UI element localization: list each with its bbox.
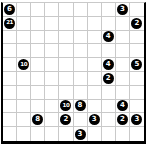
cell-r4c4[interactable] bbox=[59, 58, 73, 72]
cell-r8c9[interactable]: 3 bbox=[130, 113, 144, 127]
cell-r5c8[interactable] bbox=[116, 72, 130, 86]
cell-r2c4[interactable] bbox=[59, 31, 73, 45]
cell-r6c9[interactable] bbox=[130, 86, 144, 100]
cell-r1c4[interactable] bbox=[59, 17, 73, 31]
puzzle-board: 632124104521084823233 bbox=[1, 2, 146, 144]
cell-r4c0[interactable] bbox=[3, 58, 17, 72]
clue-circle: 21 bbox=[4, 18, 15, 29]
clue-circle: 5 bbox=[131, 59, 142, 70]
cell-r7c3[interactable] bbox=[45, 100, 59, 114]
cell-r0c2[interactable] bbox=[31, 3, 45, 17]
clue-number: 3 bbox=[78, 131, 83, 138]
clue-circle: 8 bbox=[32, 114, 43, 125]
cell-r3c1[interactable] bbox=[17, 44, 31, 58]
cell-r1c8[interactable] bbox=[116, 17, 130, 31]
cell-r8c5[interactable] bbox=[74, 113, 88, 127]
cell-r4c7[interactable]: 4 bbox=[102, 58, 116, 72]
cell-r2c5[interactable] bbox=[74, 31, 88, 45]
cell-r1c3[interactable] bbox=[45, 17, 59, 31]
clue-circle: 4 bbox=[103, 31, 114, 42]
cell-r5c5[interactable] bbox=[74, 72, 88, 86]
cell-r2c8[interactable] bbox=[116, 31, 130, 45]
clue-number: 3 bbox=[92, 116, 97, 123]
cell-r0c6[interactable] bbox=[88, 3, 102, 17]
cell-r8c8[interactable]: 2 bbox=[116, 113, 130, 127]
cell-r9c1[interactable] bbox=[17, 127, 31, 141]
cell-r7c7[interactable] bbox=[102, 100, 116, 114]
cell-r6c5[interactable] bbox=[74, 86, 88, 100]
cell-r5c3[interactable] bbox=[45, 72, 59, 86]
cell-r3c5[interactable] bbox=[74, 44, 88, 58]
cell-r7c8[interactable]: 4 bbox=[116, 100, 130, 114]
cell-r4c6[interactable] bbox=[88, 58, 102, 72]
cell-r5c4[interactable] bbox=[59, 72, 73, 86]
cell-r1c6[interactable] bbox=[88, 17, 102, 31]
cell-r9c5[interactable]: 3 bbox=[74, 127, 88, 141]
cell-r4c5[interactable] bbox=[74, 58, 88, 72]
cell-r1c7[interactable] bbox=[102, 17, 116, 31]
cell-r6c0[interactable] bbox=[3, 86, 17, 100]
cell-r2c0[interactable] bbox=[3, 31, 17, 45]
clue-number: 6 bbox=[7, 6, 12, 13]
cell-r9c9[interactable] bbox=[130, 127, 144, 141]
cell-r2c9[interactable] bbox=[130, 31, 144, 45]
cell-r3c0[interactable] bbox=[3, 44, 17, 58]
clue-number: 4 bbox=[106, 61, 111, 68]
cell-r4c1[interactable]: 10 bbox=[17, 58, 31, 72]
clue-number: 3 bbox=[135, 116, 140, 123]
cell-r2c7[interactable]: 4 bbox=[102, 31, 116, 45]
clue-circle: 2 bbox=[103, 73, 114, 84]
cell-r9c0[interactable] bbox=[3, 127, 17, 141]
cell-r1c1[interactable] bbox=[17, 17, 31, 31]
cell-r5c2[interactable] bbox=[31, 72, 45, 86]
cell-r3c9[interactable] bbox=[130, 44, 144, 58]
cell-r1c0[interactable]: 21 bbox=[3, 17, 17, 31]
cell-r8c7[interactable] bbox=[102, 113, 116, 127]
cell-r7c6[interactable] bbox=[88, 100, 102, 114]
clue-number: 5 bbox=[135, 61, 140, 68]
clue-number: 10 bbox=[20, 62, 27, 68]
clue-number: 2 bbox=[120, 116, 125, 123]
cell-r7c0[interactable] bbox=[3, 100, 17, 114]
cell-r8c4[interactable]: 2 bbox=[59, 113, 73, 127]
cell-r5c9[interactable] bbox=[130, 72, 144, 86]
cell-r9c8[interactable] bbox=[116, 127, 130, 141]
cell-r3c7[interactable] bbox=[102, 44, 116, 58]
clue-circle: 4 bbox=[117, 100, 128, 111]
clue-circle: 3 bbox=[117, 4, 128, 15]
cell-r2c3[interactable] bbox=[45, 31, 59, 45]
cell-r5c6[interactable] bbox=[88, 72, 102, 86]
cell-r0c4[interactable] bbox=[59, 3, 73, 17]
clue-number: 3 bbox=[120, 6, 125, 13]
clue-number: 2 bbox=[106, 75, 111, 82]
cell-r4c2[interactable] bbox=[31, 58, 45, 72]
cell-r9c3[interactable] bbox=[45, 127, 59, 141]
cell-r0c3[interactable] bbox=[45, 3, 59, 17]
clue-number: 4 bbox=[106, 33, 111, 40]
cell-r6c8[interactable] bbox=[116, 86, 130, 100]
cell-r6c7[interactable] bbox=[102, 86, 116, 100]
cell-r9c6[interactable] bbox=[88, 127, 102, 141]
clue-circle: 3 bbox=[131, 114, 142, 125]
clue-number: 21 bbox=[6, 20, 13, 26]
clue-number: 2 bbox=[135, 20, 140, 27]
clue-number: 2 bbox=[64, 116, 69, 123]
clue-number: 8 bbox=[78, 102, 83, 109]
cell-r5c1[interactable] bbox=[17, 72, 31, 86]
clue-number: 8 bbox=[35, 116, 40, 123]
cell-r8c1[interactable] bbox=[17, 113, 31, 127]
cell-r9c4[interactable] bbox=[59, 127, 73, 141]
cell-r5c0[interactable] bbox=[3, 72, 17, 86]
cell-r2c2[interactable] bbox=[31, 31, 45, 45]
cell-r8c2[interactable]: 8 bbox=[31, 113, 45, 127]
clue-circle: 10 bbox=[18, 59, 29, 70]
cell-r6c4[interactable] bbox=[59, 86, 73, 100]
cell-r6c2[interactable] bbox=[31, 86, 45, 100]
cell-r7c9[interactable] bbox=[130, 100, 144, 114]
cell-r0c8[interactable]: 3 bbox=[116, 3, 130, 17]
cell-r3c2[interactable] bbox=[31, 44, 45, 58]
cell-r3c6[interactable] bbox=[88, 44, 102, 58]
clue-number: 4 bbox=[120, 102, 125, 109]
cell-r8c0[interactable] bbox=[3, 113, 17, 127]
clue-number: 10 bbox=[63, 103, 70, 109]
cell-r6c6[interactable] bbox=[88, 86, 102, 100]
cell-r9c2[interactable] bbox=[31, 127, 45, 141]
cell-r2c6[interactable] bbox=[88, 31, 102, 45]
cell-r4c8[interactable] bbox=[116, 58, 130, 72]
clue-circle: 2 bbox=[60, 114, 71, 125]
cell-r1c9[interactable]: 2 bbox=[130, 17, 144, 31]
cell-r7c2[interactable] bbox=[31, 100, 45, 114]
cell-r4c9[interactable]: 5 bbox=[130, 58, 144, 72]
cell-r3c3[interactable] bbox=[45, 44, 59, 58]
clue-circle: 2 bbox=[117, 114, 128, 125]
cell-r0c7[interactable] bbox=[102, 3, 116, 17]
cell-r0c5[interactable] bbox=[74, 3, 88, 17]
cell-r0c0[interactable]: 6 bbox=[3, 3, 17, 17]
clue-circle: 2 bbox=[131, 18, 142, 29]
cell-r2c1[interactable] bbox=[17, 31, 31, 45]
cell-r8c3[interactable] bbox=[45, 113, 59, 127]
cell-r6c1[interactable] bbox=[17, 86, 31, 100]
clue-circle: 4 bbox=[103, 59, 114, 70]
cell-r5c7[interactable]: 2 bbox=[102, 72, 116, 86]
cell-r7c5[interactable]: 8 bbox=[74, 100, 88, 114]
clue-circle: 3 bbox=[75, 129, 86, 140]
cell-r0c1[interactable] bbox=[17, 3, 31, 17]
cell-r3c4[interactable] bbox=[59, 44, 73, 58]
cell-r6c3[interactable] bbox=[45, 86, 59, 100]
clue-circle: 3 bbox=[89, 114, 100, 125]
cell-r7c1[interactable] bbox=[17, 100, 31, 114]
clue-circle: 6 bbox=[4, 4, 15, 15]
cell-r4c3[interactable] bbox=[45, 58, 59, 72]
cell-r3c8[interactable] bbox=[116, 44, 130, 58]
cell-r7c4[interactable]: 10 bbox=[59, 100, 73, 114]
cell-r1c5[interactable] bbox=[74, 17, 88, 31]
clue-circle: 8 bbox=[75, 100, 86, 111]
cell-r0c9[interactable] bbox=[130, 3, 144, 17]
cell-r9c7[interactable] bbox=[102, 127, 116, 141]
clue-circle: 10 bbox=[60, 100, 71, 111]
cell-r8c6[interactable]: 3 bbox=[88, 113, 102, 127]
cell-r1c2[interactable] bbox=[31, 17, 45, 31]
